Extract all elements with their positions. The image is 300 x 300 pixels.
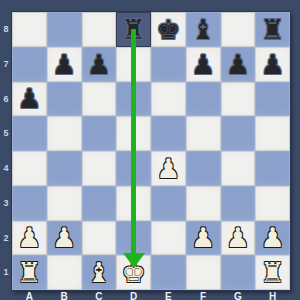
rank-label-5: 5 <box>0 116 12 151</box>
chess-app-window: ♜♚♝♜♟♟♟♟♟♟♟♟♟♟♟♟♜♝♚♜ 87654321ABCDEFGH <box>0 0 300 300</box>
black-pawn-piece: ♟ <box>186 47 221 82</box>
black-bishop-piece: ♝ <box>186 12 221 47</box>
square-b8[interactable] <box>47 12 82 47</box>
white-pawn-piece: ♟ <box>186 221 221 256</box>
square-f8[interactable]: ♝ <box>186 12 221 47</box>
square-g3[interactable] <box>221 186 256 221</box>
square-g8[interactable] <box>221 12 256 47</box>
square-c2[interactable] <box>82 221 117 256</box>
square-h1[interactable]: ♜ <box>255 255 290 290</box>
square-e7[interactable] <box>151 47 186 82</box>
square-a1[interactable]: ♜ <box>12 255 47 290</box>
square-e6[interactable] <box>151 82 186 117</box>
white-rook-piece: ♜ <box>12 255 47 290</box>
square-a7[interactable] <box>12 47 47 82</box>
square-f3[interactable] <box>186 186 221 221</box>
black-pawn-piece: ♟ <box>82 47 117 82</box>
rank-label-4: 4 <box>0 151 12 186</box>
square-a8[interactable] <box>12 12 47 47</box>
square-c8[interactable] <box>82 12 117 47</box>
square-e4[interactable]: ♟ <box>151 151 186 186</box>
file-label-e: E <box>151 291 186 300</box>
rank-label-8: 8 <box>0 12 12 47</box>
square-f6[interactable] <box>186 82 221 117</box>
rank-label-7: 7 <box>0 47 12 82</box>
white-pawn-piece: ♟ <box>47 221 82 256</box>
square-c7[interactable]: ♟ <box>82 47 117 82</box>
square-g5[interactable] <box>221 116 256 151</box>
square-b7[interactable]: ♟ <box>47 47 82 82</box>
square-g4[interactable] <box>221 151 256 186</box>
square-h6[interactable] <box>255 82 290 117</box>
file-label-a: A <box>12 291 47 300</box>
square-f1[interactable] <box>186 255 221 290</box>
file-label-d: D <box>116 291 151 300</box>
black-king-piece: ♚ <box>151 12 186 47</box>
square-h3[interactable] <box>255 186 290 221</box>
square-b2[interactable]: ♟ <box>47 221 82 256</box>
file-label-h: H <box>255 291 290 300</box>
square-a2[interactable]: ♟ <box>12 221 47 256</box>
white-rook-piece: ♜ <box>255 255 290 290</box>
square-a4[interactable] <box>12 151 47 186</box>
square-a6[interactable]: ♟ <box>12 82 47 117</box>
white-pawn-piece: ♟ <box>221 221 256 256</box>
square-c5[interactable] <box>82 116 117 151</box>
black-pawn-piece: ♟ <box>47 47 82 82</box>
square-f7[interactable]: ♟ <box>186 47 221 82</box>
square-h5[interactable] <box>255 116 290 151</box>
white-bishop-piece: ♝ <box>82 255 117 290</box>
move-arrow-shaft <box>131 29 136 255</box>
square-f5[interactable] <box>186 116 221 151</box>
square-e3[interactable] <box>151 186 186 221</box>
file-label-b: B <box>47 291 82 300</box>
rank-label-2: 2 <box>0 221 12 256</box>
square-b1[interactable] <box>47 255 82 290</box>
chess-board: ♜♚♝♜♟♟♟♟♟♟♟♟♟♟♟♟♜♝♚♜ <box>12 12 290 290</box>
square-b3[interactable] <box>47 186 82 221</box>
square-e2[interactable] <box>151 221 186 256</box>
file-label-c: C <box>82 291 117 300</box>
square-a3[interactable] <box>12 186 47 221</box>
square-e8[interactable]: ♚ <box>151 12 186 47</box>
square-c3[interactable] <box>82 186 117 221</box>
black-pawn-piece: ♟ <box>12 82 47 117</box>
square-c4[interactable] <box>82 151 117 186</box>
square-b6[interactable] <box>47 82 82 117</box>
square-h2[interactable]: ♟ <box>255 221 290 256</box>
square-g2[interactable]: ♟ <box>221 221 256 256</box>
square-c1[interactable]: ♝ <box>82 255 117 290</box>
rank-label-1: 1 <box>0 255 12 290</box>
square-e5[interactable] <box>151 116 186 151</box>
square-g7[interactable]: ♟ <box>221 47 256 82</box>
square-g1[interactable] <box>221 255 256 290</box>
rank-label-3: 3 <box>0 186 12 221</box>
square-h4[interactable] <box>255 151 290 186</box>
square-h7[interactable]: ♟ <box>255 47 290 82</box>
rank-label-6: 6 <box>0 82 12 117</box>
square-f2[interactable]: ♟ <box>186 221 221 256</box>
file-label-g: G <box>221 291 256 300</box>
square-c6[interactable] <box>82 82 117 117</box>
square-e1[interactable] <box>151 255 186 290</box>
square-a5[interactable] <box>12 116 47 151</box>
black-pawn-piece: ♟ <box>221 47 256 82</box>
white-pawn-piece: ♟ <box>151 151 186 186</box>
black-rook-piece: ♜ <box>255 12 290 47</box>
white-pawn-piece: ♟ <box>255 221 290 256</box>
square-h8[interactable]: ♜ <box>255 12 290 47</box>
white-pawn-piece: ♟ <box>12 221 47 256</box>
square-f4[interactable] <box>186 151 221 186</box>
square-b5[interactable] <box>47 116 82 151</box>
move-arrow-head-icon <box>123 253 145 268</box>
file-label-f: F <box>186 291 221 300</box>
black-pawn-piece: ♟ <box>255 47 290 82</box>
square-b4[interactable] <box>47 151 82 186</box>
square-g6[interactable] <box>221 82 256 117</box>
